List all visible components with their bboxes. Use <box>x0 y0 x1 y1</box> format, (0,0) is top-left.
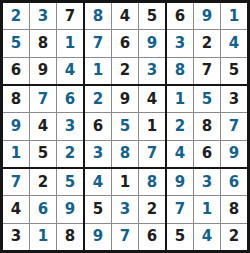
cell-r4c8[interactable]: 5 <box>194 86 220 112</box>
cell-r5c5[interactable]: 5 <box>112 113 138 139</box>
cell-r6c8[interactable]: 6 <box>194 141 220 167</box>
cell-r2c1[interactable]: 5 <box>3 30 29 56</box>
cell-r8c9[interactable]: 8 <box>221 196 247 222</box>
cell-r2c2[interactable]: 8 <box>30 30 56 56</box>
block-6: 153287469 <box>167 86 247 167</box>
cell-r9c3[interactable]: 8 <box>57 224 83 250</box>
cell-r5c9[interactable]: 7 <box>221 113 247 139</box>
cell-r8c8[interactable]: 1 <box>194 196 220 222</box>
cell-r9c5[interactable]: 7 <box>112 224 138 250</box>
cell-r2c9[interactable]: 4 <box>221 30 247 56</box>
cell-r3c9[interactable]: 5 <box>221 58 247 84</box>
cell-r1c3[interactable]: 7 <box>57 3 83 29</box>
cell-r6c6[interactable]: 7 <box>139 141 165 167</box>
cell-r8c1[interactable]: 4 <box>3 196 29 222</box>
cell-r3c7[interactable]: 8 <box>167 58 193 84</box>
cell-r1c6[interactable]: 5 <box>139 3 165 29</box>
cell-r2c5[interactable]: 6 <box>112 30 138 56</box>
cell-r9c6[interactable]: 6 <box>139 224 165 250</box>
cell-r4c6[interactable]: 4 <box>139 86 165 112</box>
cell-r9c8[interactable]: 4 <box>194 224 220 250</box>
cell-r8c2[interactable]: 6 <box>30 196 56 222</box>
cell-r5c3[interactable]: 3 <box>57 113 83 139</box>
cell-r3c2[interactable]: 9 <box>30 58 56 84</box>
cell-r7c3[interactable]: 5 <box>57 169 83 195</box>
cell-r9c9[interactable]: 2 <box>221 224 247 250</box>
cell-r2c8[interactable]: 2 <box>194 30 220 56</box>
cell-r4c7[interactable]: 1 <box>167 86 193 112</box>
cell-r4c1[interactable]: 8 <box>3 86 29 112</box>
cell-r6c9[interactable]: 9 <box>221 141 247 167</box>
cell-r8c6[interactable]: 2 <box>139 196 165 222</box>
cell-r4c3[interactable]: 6 <box>57 86 83 112</box>
cell-r3c8[interactable]: 7 <box>194 58 220 84</box>
cell-r9c1[interactable]: 3 <box>3 224 29 250</box>
cell-r1c8[interactable]: 9 <box>194 3 220 29</box>
cell-r3c3[interactable]: 4 <box>57 58 83 84</box>
cell-r7c6[interactable]: 8 <box>139 169 165 195</box>
cell-r7c4[interactable]: 4 <box>85 169 111 195</box>
cell-r2c4[interactable]: 7 <box>85 30 111 56</box>
cell-r3c5[interactable]: 2 <box>112 58 138 84</box>
cell-r7c2[interactable]: 2 <box>30 169 56 195</box>
block-8: 418532976 <box>85 169 165 250</box>
cell-r3c4[interactable]: 1 <box>85 58 111 84</box>
cell-r5c6[interactable]: 1 <box>139 113 165 139</box>
block-4: 876943152 <box>3 86 83 167</box>
cell-r6c1[interactable]: 1 <box>3 141 29 167</box>
cell-r5c4[interactable]: 6 <box>85 113 111 139</box>
cell-r8c5[interactable]: 3 <box>112 196 138 222</box>
cell-r7c7[interactable]: 9 <box>167 169 193 195</box>
cell-r6c2[interactable]: 5 <box>30 141 56 167</box>
cell-r5c7[interactable]: 2 <box>167 113 193 139</box>
cell-r9c4[interactable]: 9 <box>85 224 111 250</box>
block-7: 725469318 <box>3 169 83 250</box>
cell-r5c8[interactable]: 8 <box>194 113 220 139</box>
cell-r2c6[interactable]: 9 <box>139 30 165 56</box>
cell-r2c3[interactable]: 1 <box>57 30 83 56</box>
cell-r2c7[interactable]: 3 <box>167 30 193 56</box>
sudoku-board: 2375816948457691236913248758769431522946… <box>0 0 250 253</box>
cell-r4c4[interactable]: 2 <box>85 86 111 112</box>
cell-r5c2[interactable]: 4 <box>30 113 56 139</box>
cell-r1c4[interactable]: 8 <box>85 3 111 29</box>
cell-r6c3[interactable]: 2 <box>57 141 83 167</box>
cell-r5c1[interactable]: 9 <box>3 113 29 139</box>
cell-r6c7[interactable]: 4 <box>167 141 193 167</box>
cell-r1c7[interactable]: 6 <box>167 3 193 29</box>
cell-r7c9[interactable]: 6 <box>221 169 247 195</box>
block-3: 691324875 <box>167 3 247 84</box>
cell-r3c6[interactable]: 3 <box>139 58 165 84</box>
cell-r4c9[interactable]: 3 <box>221 86 247 112</box>
cell-r9c2[interactable]: 1 <box>30 224 56 250</box>
cell-r1c9[interactable]: 1 <box>221 3 247 29</box>
cell-r7c8[interactable]: 3 <box>194 169 220 195</box>
cell-r4c5[interactable]: 9 <box>112 86 138 112</box>
cell-r6c5[interactable]: 8 <box>112 141 138 167</box>
cell-r7c5[interactable]: 1 <box>112 169 138 195</box>
block-9: 936718542 <box>167 169 247 250</box>
cell-r3c1[interactable]: 6 <box>3 58 29 84</box>
cell-r8c3[interactable]: 9 <box>57 196 83 222</box>
cell-r8c4[interactable]: 5 <box>85 196 111 222</box>
cell-r7c1[interactable]: 7 <box>3 169 29 195</box>
block-5: 294651387 <box>85 86 165 167</box>
block-1: 237581694 <box>3 3 83 84</box>
cell-r9c7[interactable]: 5 <box>167 224 193 250</box>
cell-r1c2[interactable]: 3 <box>30 3 56 29</box>
cell-r6c4[interactable]: 3 <box>85 141 111 167</box>
cell-r1c1[interactable]: 2 <box>3 3 29 29</box>
block-2: 845769123 <box>85 3 165 84</box>
cell-r4c2[interactable]: 7 <box>30 86 56 112</box>
cell-r1c5[interactable]: 4 <box>112 3 138 29</box>
cell-r8c7[interactable]: 7 <box>167 196 193 222</box>
